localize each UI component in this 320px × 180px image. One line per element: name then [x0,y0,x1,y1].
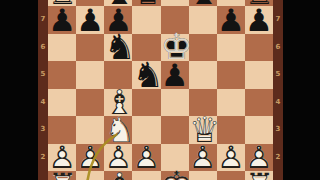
square-d6[interactable] [132,34,160,62]
square-c3[interactable] [104,116,132,144]
square-f3[interactable] [189,116,217,144]
square-e4[interactable] [161,89,189,117]
right-black-panel [283,0,320,180]
square-c6[interactable] [104,34,132,62]
rank-label-right-2: 2 [273,153,283,162]
board-frame-left: 87654321 [38,0,48,180]
square-b6[interactable] [76,34,104,62]
square-d7[interactable] [132,6,160,34]
square-c4[interactable] [104,89,132,117]
square-f5[interactable] [189,61,217,89]
chess-board[interactable] [48,0,273,180]
square-e1[interactable] [161,171,189,180]
square-e2[interactable] [161,144,189,172]
square-h6[interactable] [245,34,273,62]
square-d4[interactable] [132,89,160,117]
square-f4[interactable] [189,89,217,117]
square-e3[interactable] [161,116,189,144]
rank-label-right-4: 4 [273,98,283,107]
rank-label-right-5: 5 [273,70,283,79]
square-g3[interactable] [217,116,245,144]
square-h4[interactable] [245,89,273,117]
square-a6[interactable] [48,34,76,62]
square-f6[interactable] [189,34,217,62]
rank-label-left-6: 6 [38,43,48,52]
square-c7[interactable] [104,6,132,34]
rank-label-left-5: 5 [38,70,48,79]
square-g2[interactable] [217,144,245,172]
square-f2[interactable] [189,144,217,172]
square-c1[interactable] [104,171,132,180]
rank-label-left-7: 7 [38,15,48,24]
square-b4[interactable] [76,89,104,117]
square-c2[interactable] [104,144,132,172]
square-b3[interactable] [76,116,104,144]
square-h7[interactable] [245,6,273,34]
rank-label-right-7: 7 [273,15,283,24]
square-a4[interactable] [48,89,76,117]
rank-label-right-6: 6 [273,43,283,52]
square-d3[interactable] [132,116,160,144]
left-black-panel [0,0,38,180]
square-g1[interactable] [217,171,245,180]
chess-app-screenshot: 87654321 87654321 ♜♝♛♝♜♟♟♟♟♟♞♚♔♞♟♝♗♞♘♛♕♟… [0,0,320,180]
square-b7[interactable] [76,6,104,34]
rank-label-left-3: 3 [38,125,48,134]
square-b5[interactable] [76,61,104,89]
square-g6[interactable] [217,34,245,62]
square-d5[interactable] [132,61,160,89]
square-h5[interactable] [245,61,273,89]
square-g5[interactable] [217,61,245,89]
rank-label-left-4: 4 [38,98,48,107]
square-e7[interactable] [161,6,189,34]
square-h3[interactable] [245,116,273,144]
square-a3[interactable] [48,116,76,144]
square-g4[interactable] [217,89,245,117]
square-b2[interactable] [76,144,104,172]
square-g7[interactable] [217,6,245,34]
square-e5[interactable] [161,61,189,89]
square-c5[interactable] [104,61,132,89]
square-e6[interactable] [161,34,189,62]
square-f1[interactable] [189,171,217,180]
square-f7[interactable] [189,6,217,34]
square-h2[interactable] [245,144,273,172]
square-a1[interactable] [48,171,76,180]
square-a2[interactable] [48,144,76,172]
square-b1[interactable] [76,171,104,180]
square-a5[interactable] [48,61,76,89]
square-h1[interactable] [245,171,273,180]
square-a7[interactable] [48,6,76,34]
board-frame-right: 87654321 [273,0,283,180]
rank-label-left-2: 2 [38,153,48,162]
rank-label-right-3: 3 [273,125,283,134]
square-d2[interactable] [132,144,160,172]
square-d1[interactable] [132,171,160,180]
